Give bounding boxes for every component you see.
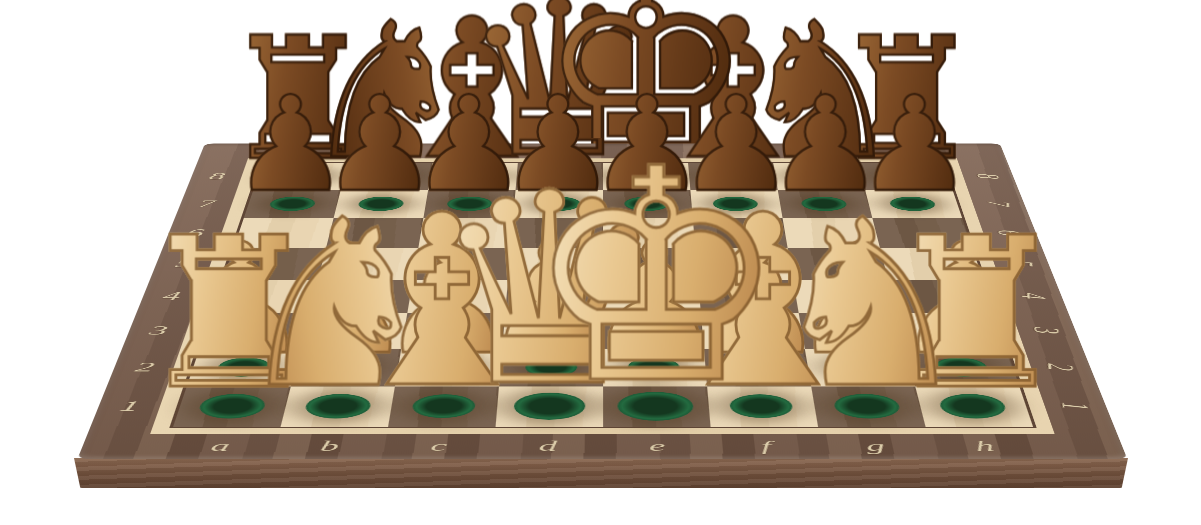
white-king-glyph: ♚ bbox=[525, 130, 788, 424]
chess-board: abcdefgh1234567812345678 ♜♞♝♛♚♝♞♜♟♟♟♟♟♟♟… bbox=[77, 144, 1127, 460]
chess-photo-scene: abcdefgh1234567812345678 ♜♞♝♛♚♝♞♜♟♟♟♟♟♟♟… bbox=[0, 0, 1201, 525]
pieces-layer: ♜♞♝♛♚♝♞♜♟♟♟♟♟♟♟♟♟♟♟♟♟♟♟♟♜♞♝♛♚♝♞♜ bbox=[173, 163, 1033, 426]
white-king-e1: ♚ bbox=[603, 386, 710, 426]
board-front-edge bbox=[74, 458, 1128, 488]
